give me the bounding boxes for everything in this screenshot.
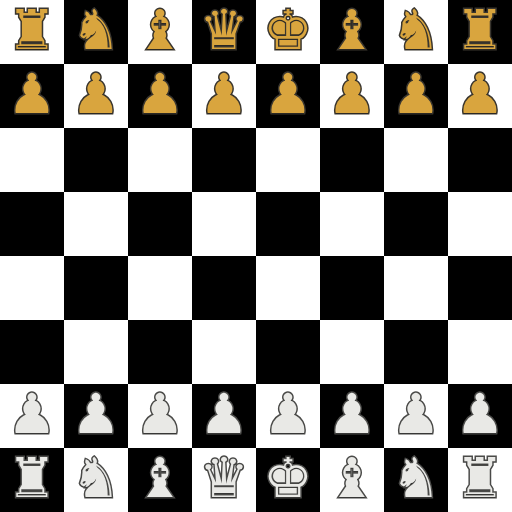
piece-black-pawn: ♟ [327,62,376,126]
square-b3[interactable] [64,320,128,384]
square-a2[interactable]: ♟ [0,384,64,448]
square-f7[interactable]: ♟ [320,64,384,128]
square-e2[interactable]: ♟ [256,384,320,448]
chess-board: ♜♞♝♛♚♝♞♜♟♟♟♟♟♟♟♟♟♟♟♟♟♟♟♟♜♞♝♛♚♝♞♜ [0,0,512,512]
square-h8[interactable]: ♜ [448,0,512,64]
square-f8[interactable]: ♝ [320,0,384,64]
square-d1[interactable]: ♛ [192,448,256,512]
piece-white-bishop: ♝ [135,446,184,510]
square-e7[interactable]: ♟ [256,64,320,128]
square-e5[interactable] [256,192,320,256]
square-e1[interactable]: ♚ [256,448,320,512]
square-c7[interactable]: ♟ [128,64,192,128]
square-e3[interactable] [256,320,320,384]
square-c4[interactable] [128,256,192,320]
piece-white-rook: ♜ [7,446,56,510]
square-g1[interactable]: ♞ [384,448,448,512]
square-a8[interactable]: ♜ [0,0,64,64]
square-d2[interactable]: ♟ [192,384,256,448]
square-c8[interactable]: ♝ [128,0,192,64]
square-h7[interactable]: ♟ [448,64,512,128]
square-b4[interactable] [64,256,128,320]
square-g5[interactable] [384,192,448,256]
piece-white-knight: ♞ [71,446,120,510]
square-f2[interactable]: ♟ [320,384,384,448]
square-g2[interactable]: ♟ [384,384,448,448]
square-g6[interactable] [384,128,448,192]
piece-black-rook: ♜ [7,0,56,62]
piece-black-bishop: ♝ [135,0,184,62]
square-f6[interactable] [320,128,384,192]
square-c1[interactable]: ♝ [128,448,192,512]
square-a1[interactable]: ♜ [0,448,64,512]
square-h5[interactable] [448,192,512,256]
piece-white-rook: ♜ [455,446,504,510]
piece-black-pawn: ♟ [263,62,312,126]
square-b6[interactable] [64,128,128,192]
square-e6[interactable] [256,128,320,192]
square-c3[interactable] [128,320,192,384]
square-f1[interactable]: ♝ [320,448,384,512]
square-a4[interactable] [0,256,64,320]
square-c6[interactable] [128,128,192,192]
square-c2[interactable]: ♟ [128,384,192,448]
piece-black-pawn: ♟ [455,62,504,126]
square-g4[interactable] [384,256,448,320]
piece-black-pawn: ♟ [7,62,56,126]
piece-black-queen: ♛ [199,0,248,62]
square-d5[interactable] [192,192,256,256]
piece-white-pawn: ♟ [327,382,376,446]
piece-black-pawn: ♟ [199,62,248,126]
piece-white-pawn: ♟ [199,382,248,446]
piece-white-knight: ♞ [391,446,440,510]
piece-white-pawn: ♟ [455,382,504,446]
square-d6[interactable] [192,128,256,192]
piece-black-king: ♚ [263,0,312,62]
piece-black-knight: ♞ [391,0,440,62]
piece-white-queen: ♛ [199,446,248,510]
square-e8[interactable]: ♚ [256,0,320,64]
square-d7[interactable]: ♟ [192,64,256,128]
square-g7[interactable]: ♟ [384,64,448,128]
piece-black-pawn: ♟ [135,62,184,126]
piece-white-pawn: ♟ [263,382,312,446]
square-a3[interactable] [0,320,64,384]
square-f4[interactable] [320,256,384,320]
square-d3[interactable] [192,320,256,384]
piece-white-king: ♚ [263,446,312,510]
square-d8[interactable]: ♛ [192,0,256,64]
square-a6[interactable] [0,128,64,192]
piece-black-knight: ♞ [71,0,120,62]
square-g3[interactable] [384,320,448,384]
square-h4[interactable] [448,256,512,320]
piece-black-rook: ♜ [455,0,504,62]
square-b7[interactable]: ♟ [64,64,128,128]
square-c5[interactable] [128,192,192,256]
square-f3[interactable] [320,320,384,384]
square-h2[interactable]: ♟ [448,384,512,448]
square-b5[interactable] [64,192,128,256]
square-h6[interactable] [448,128,512,192]
piece-black-bishop: ♝ [327,0,376,62]
square-b2[interactable]: ♟ [64,384,128,448]
square-b1[interactable]: ♞ [64,448,128,512]
piece-white-pawn: ♟ [71,382,120,446]
piece-black-pawn: ♟ [71,62,120,126]
piece-white-pawn: ♟ [135,382,184,446]
square-f5[interactable] [320,192,384,256]
square-a7[interactable]: ♟ [0,64,64,128]
square-e4[interactable] [256,256,320,320]
square-d4[interactable] [192,256,256,320]
piece-white-pawn: ♟ [7,382,56,446]
square-h3[interactable] [448,320,512,384]
square-a5[interactable] [0,192,64,256]
piece-white-pawn: ♟ [391,382,440,446]
square-b8[interactable]: ♞ [64,0,128,64]
piece-black-pawn: ♟ [391,62,440,126]
square-h1[interactable]: ♜ [448,448,512,512]
square-g8[interactable]: ♞ [384,0,448,64]
piece-white-bishop: ♝ [327,446,376,510]
